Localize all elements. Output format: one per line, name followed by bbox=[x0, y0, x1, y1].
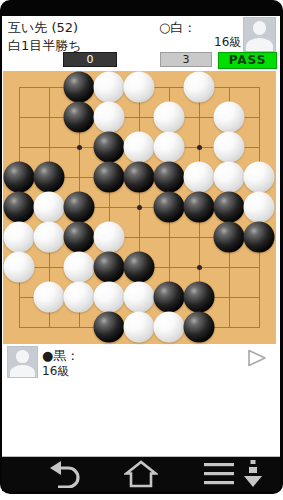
black-stone[interactable] bbox=[64, 192, 95, 223]
white-stone[interactable] bbox=[154, 102, 185, 133]
white-stone[interactable] bbox=[94, 222, 125, 253]
white-stone[interactable] bbox=[184, 72, 215, 103]
white-stone[interactable] bbox=[124, 282, 155, 313]
black-captures-count: 0 bbox=[63, 52, 117, 67]
black-avatar bbox=[7, 346, 38, 378]
black-stone[interactable] bbox=[184, 192, 215, 223]
black-stone[interactable] bbox=[154, 192, 185, 223]
star-point bbox=[197, 265, 202, 270]
white-stone[interactable] bbox=[4, 222, 35, 253]
play-triangle-icon bbox=[249, 351, 265, 366]
game-info-text: 互い先 (52) bbox=[8, 21, 78, 36]
android-nav-bar bbox=[2, 457, 280, 491]
go-app-screenshot: 互い先 (52) 白1目半勝ち ○白： 16級 0 3 PASS ●黒： 16級 bbox=[0, 0, 283, 500]
black-stone[interactable] bbox=[94, 132, 125, 163]
star-point bbox=[77, 145, 82, 150]
go-board[interactable] bbox=[3, 71, 276, 344]
black-stone[interactable] bbox=[94, 162, 125, 193]
white-stone[interactable] bbox=[244, 162, 275, 193]
white-stone[interactable] bbox=[124, 72, 155, 103]
white-stone[interactable] bbox=[244, 192, 275, 223]
avatar-head-icon bbox=[16, 350, 29, 363]
white-stone[interactable] bbox=[4, 252, 35, 283]
avatar-head-icon bbox=[253, 21, 267, 35]
white-captures-count: 3 bbox=[160, 52, 212, 67]
black-stone[interactable] bbox=[94, 312, 125, 343]
black-stone[interactable] bbox=[184, 282, 215, 313]
black-stone[interactable] bbox=[154, 282, 185, 313]
white-avatar bbox=[243, 17, 276, 52]
white-stone[interactable] bbox=[64, 252, 95, 283]
avatar-body-icon bbox=[246, 38, 272, 52]
black-stone[interactable] bbox=[244, 222, 275, 253]
avatar-body-icon bbox=[10, 365, 34, 378]
black-stone[interactable] bbox=[34, 162, 65, 193]
black-stone[interactable] bbox=[154, 162, 185, 193]
white-player-label: ○白： bbox=[159, 21, 196, 36]
black-stone[interactable] bbox=[64, 222, 95, 253]
black-stone[interactable] bbox=[214, 222, 245, 253]
menu-icon[interactable] bbox=[204, 463, 234, 485]
white-stone[interactable] bbox=[94, 72, 125, 103]
black-player-rank: 16級 bbox=[42, 365, 69, 379]
black-player-label: ●黒： bbox=[42, 349, 79, 364]
white-stone[interactable] bbox=[34, 222, 65, 253]
black-stone[interactable] bbox=[64, 72, 95, 103]
device-frame: 互い先 (52) 白1目半勝ち ○白： 16級 0 3 PASS ●黒： 16級 bbox=[0, 0, 283, 494]
white-stone[interactable] bbox=[124, 132, 155, 163]
white-stone[interactable] bbox=[34, 192, 65, 223]
black-stone[interactable] bbox=[4, 162, 35, 193]
white-stone[interactable] bbox=[214, 162, 245, 193]
black-stone[interactable] bbox=[184, 312, 215, 343]
white-stone[interactable] bbox=[124, 312, 155, 343]
white-stone[interactable] bbox=[94, 102, 125, 133]
home-icon[interactable] bbox=[124, 460, 158, 488]
black-stone[interactable] bbox=[124, 162, 155, 193]
black-stone[interactable] bbox=[214, 192, 245, 223]
app-screen: 互い先 (52) 白1目半勝ち ○白： 16級 0 3 PASS ●黒： 16級 bbox=[2, 16, 280, 457]
pass-button[interactable]: PASS bbox=[218, 52, 277, 69]
star-point bbox=[137, 205, 142, 210]
white-stone[interactable] bbox=[154, 132, 185, 163]
black-stone[interactable] bbox=[64, 102, 95, 133]
white-stone[interactable] bbox=[214, 132, 245, 163]
black-stone[interactable] bbox=[124, 252, 155, 283]
black-stone[interactable] bbox=[4, 192, 35, 223]
black-stone[interactable] bbox=[94, 252, 125, 283]
star-point bbox=[197, 145, 202, 150]
white-stone[interactable] bbox=[34, 282, 65, 313]
white-stone[interactable] bbox=[184, 162, 215, 193]
white-stone[interactable] bbox=[64, 282, 95, 313]
back-icon[interactable] bbox=[47, 460, 81, 488]
white-player-rank: 16級 bbox=[214, 36, 241, 50]
play-next-button[interactable] bbox=[247, 349, 267, 367]
white-stone[interactable] bbox=[94, 282, 125, 313]
hide-bar-icon[interactable] bbox=[243, 460, 263, 488]
white-stone[interactable] bbox=[214, 102, 245, 133]
white-stone[interactable] bbox=[154, 312, 185, 343]
